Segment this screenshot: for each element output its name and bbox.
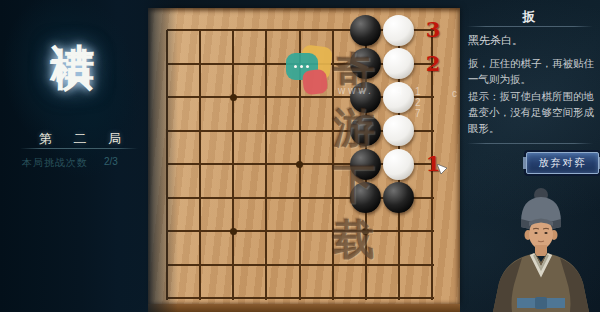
go-term-title: 扳 bbox=[460, 8, 600, 26]
black-stone bbox=[350, 149, 381, 180]
star-point bbox=[362, 228, 369, 235]
left-sidebar: 诘棋 第 二 局 本局挑战次数 2/3 bbox=[0, 0, 178, 312]
white-stone bbox=[383, 15, 414, 46]
black-stone bbox=[350, 182, 381, 213]
hint-text: 提示：扳可使白棋所围的地盘变小，没有足够空间形成眼形。 bbox=[468, 88, 598, 136]
black-stone bbox=[383, 182, 414, 213]
star-point bbox=[230, 94, 237, 101]
puzzle-goal-text: 黑先杀白。 bbox=[468, 33, 596, 48]
board-wood-surface[interactable]: 321 bbox=[148, 8, 460, 304]
move-number-label: 3 bbox=[422, 19, 444, 41]
panel-divider bbox=[467, 143, 593, 144]
term-definition-text: 扳，压住的棋子，再被贴住一气则为扳。 bbox=[468, 55, 598, 87]
board-front-edge bbox=[148, 304, 460, 312]
grid-line-horizontal bbox=[167, 230, 434, 232]
grid-line-vertical bbox=[332, 30, 334, 300]
npc-portrait bbox=[477, 186, 600, 312]
grid-line-horizontal bbox=[167, 264, 434, 266]
attempts-label: 本局挑战次数 bbox=[22, 156, 88, 170]
black-stone bbox=[350, 48, 381, 79]
white-stone bbox=[383, 115, 414, 146]
grid-line-horizontal bbox=[167, 297, 434, 299]
white-stone bbox=[383, 82, 414, 113]
give-up-button[interactable]: 放弃对弈 bbox=[526, 152, 599, 174]
round-number-label: 第 二 局 bbox=[14, 130, 146, 148]
grid-line-vertical bbox=[265, 30, 267, 300]
grid-line-vertical bbox=[232, 30, 234, 300]
star-point bbox=[296, 161, 303, 168]
black-stone bbox=[350, 82, 381, 113]
move-number-label: 2 bbox=[422, 53, 444, 75]
white-stone bbox=[383, 149, 414, 180]
grid-line-vertical bbox=[199, 30, 201, 300]
attempts-value: 2/3 bbox=[104, 156, 118, 167]
go-board[interactable]: 321 bbox=[148, 8, 460, 312]
star-point bbox=[230, 228, 237, 235]
mouse-cursor-icon bbox=[437, 161, 448, 172]
white-stone bbox=[383, 48, 414, 79]
black-stone bbox=[350, 115, 381, 146]
black-stone bbox=[350, 15, 381, 46]
puzzle-mode-title: 诘棋 bbox=[44, 8, 103, 124]
panel-divider bbox=[467, 26, 593, 27]
sidebar-divider bbox=[20, 148, 138, 149]
